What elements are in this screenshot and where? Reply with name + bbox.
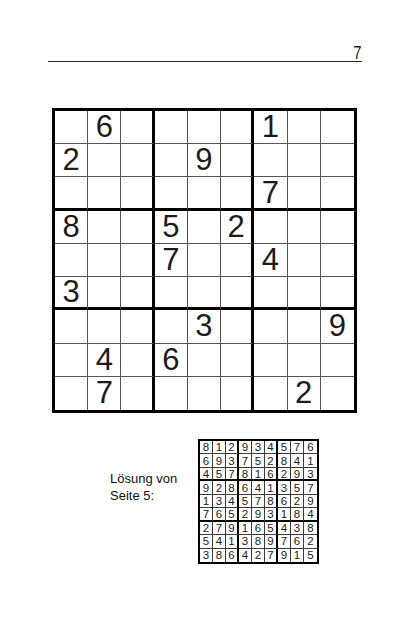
solution-cell: 7 <box>226 468 239 481</box>
puzzle-cell <box>121 177 154 210</box>
solution-cell: 2 <box>252 549 265 562</box>
solution-cell: 1 <box>213 441 226 454</box>
puzzle-cell <box>288 111 321 144</box>
puzzle-cell <box>155 377 188 410</box>
puzzle-cell <box>254 344 287 377</box>
solution-cell: 4 <box>226 495 239 508</box>
solution-cell: 9 <box>278 549 291 562</box>
solution-cell: 9 <box>213 454 226 467</box>
puzzle-cell <box>55 344 88 377</box>
puzzle-cell <box>55 244 88 277</box>
solution-cell: 9 <box>265 535 278 548</box>
puzzle-cell <box>121 344 154 377</box>
solution-cell: 8 <box>226 481 239 494</box>
solution-cell: 9 <box>252 508 265 521</box>
solution-cell: 3 <box>226 454 239 467</box>
solution-cell: 5 <box>239 495 252 508</box>
solution-cell: 7 <box>278 535 291 548</box>
solution-cell: 2 <box>226 441 239 454</box>
puzzle-cell <box>188 277 221 310</box>
solution-cell: 2 <box>291 495 304 508</box>
solution-cell: 5 <box>291 481 304 494</box>
puzzle-cell <box>321 211 354 244</box>
puzzle-cell <box>188 177 221 210</box>
puzzle-cell <box>254 377 287 410</box>
puzzle-cell: 9 <box>188 144 221 177</box>
solution-cell: 2 <box>213 481 226 494</box>
solution-cell: 7 <box>200 508 213 521</box>
solution-cell: 3 <box>239 535 252 548</box>
puzzle-cell: 6 <box>155 344 188 377</box>
puzzle-cell <box>55 111 88 144</box>
puzzle-cell <box>288 344 321 377</box>
solution-cell: 8 <box>213 549 226 562</box>
puzzle-cell <box>88 244 121 277</box>
puzzle-cell <box>321 377 354 410</box>
solution-cell: 9 <box>226 522 239 535</box>
puzzle-cell <box>155 177 188 210</box>
solution-cell: 5 <box>213 468 226 481</box>
solution-cell: 5 <box>265 522 278 535</box>
solution-cell: 4 <box>291 454 304 467</box>
solution-cell: 6 <box>239 481 252 494</box>
puzzle-cell <box>121 377 154 410</box>
solution-cell: 1 <box>252 468 265 481</box>
puzzle-cell <box>188 211 221 244</box>
puzzle-cell: 7 <box>88 377 121 410</box>
solution-cell: 7 <box>265 549 278 562</box>
puzzle-cell <box>221 244 254 277</box>
solution-cell: 2 <box>278 468 291 481</box>
solution-cell: 4 <box>265 441 278 454</box>
puzzle-cell <box>88 144 121 177</box>
solution-cell: 8 <box>278 454 291 467</box>
solution-cell: 4 <box>304 508 317 521</box>
solution-cell: 4 <box>278 522 291 535</box>
header-rule <box>48 61 362 62</box>
puzzle-cell <box>188 377 221 410</box>
solution-cell: 2 <box>304 535 317 548</box>
puzzle-cell <box>55 377 88 410</box>
solution-cell: 9 <box>239 441 252 454</box>
solution-cell: 6 <box>213 508 226 521</box>
solution-cell: 7 <box>252 495 265 508</box>
puzzle-cell: 7 <box>155 244 188 277</box>
solution-cell: 3 <box>304 468 317 481</box>
puzzle-cell <box>155 111 188 144</box>
puzzle-cell <box>321 277 354 310</box>
puzzle-cell <box>288 211 321 244</box>
puzzle-cell: 7 <box>254 177 287 210</box>
solution-cell: 6 <box>252 522 265 535</box>
solution-cell: 1 <box>278 508 291 521</box>
solution-cell: 9 <box>291 468 304 481</box>
solution-cell: 8 <box>200 441 213 454</box>
puzzle-cell <box>55 310 88 343</box>
puzzle-cell: 2 <box>288 377 321 410</box>
solution-cell: 5 <box>304 549 317 562</box>
puzzle-cell <box>188 344 221 377</box>
puzzle-cell <box>288 277 321 310</box>
solution-cell: 7 <box>304 481 317 494</box>
solution-cell: 5 <box>200 535 213 548</box>
puzzle-cell <box>254 310 287 343</box>
puzzle-cell <box>188 111 221 144</box>
puzzle-cell <box>321 244 354 277</box>
puzzle-cell <box>188 244 221 277</box>
solution-cell: 9 <box>304 495 317 508</box>
solution-cell: 7 <box>291 441 304 454</box>
solution-cell: 3 <box>265 508 278 521</box>
solution-cell: 1 <box>265 481 278 494</box>
puzzle-cell <box>321 177 354 210</box>
puzzle-cell: 5 <box>155 211 188 244</box>
solution-cell: 7 <box>239 454 252 467</box>
sudoku-puzzle-grid: 61297852743394672 <box>52 108 357 413</box>
solution-cell: 8 <box>252 535 265 548</box>
solution-cell: 4 <box>213 535 226 548</box>
puzzle-cell <box>221 344 254 377</box>
puzzle-cell <box>221 177 254 210</box>
puzzle-cell <box>55 177 88 210</box>
puzzle-cell <box>121 277 154 310</box>
puzzle-cell <box>288 177 321 210</box>
sudoku-solution-grid: 8129345766937528414578162939286413571345… <box>198 439 319 564</box>
page: 7 61297852743394672 Lösung von Seite 5: … <box>0 0 408 640</box>
puzzle-cell <box>321 144 354 177</box>
solution-cell: 8 <box>304 522 317 535</box>
puzzle-cell <box>121 144 154 177</box>
solution-cell: 1 <box>226 535 239 548</box>
solution-cell: 6 <box>226 549 239 562</box>
solution-cell: 3 <box>200 549 213 562</box>
solution-cell: 3 <box>278 481 291 494</box>
puzzle-cell <box>288 244 321 277</box>
solution-cell: 5 <box>252 454 265 467</box>
solution-cell: 8 <box>291 508 304 521</box>
puzzle-cell <box>254 144 287 177</box>
solution-cell: 8 <box>239 468 252 481</box>
puzzle-cell <box>221 310 254 343</box>
solution-cell: 6 <box>291 535 304 548</box>
puzzle-cell <box>88 310 121 343</box>
puzzle-cell <box>288 144 321 177</box>
solution-cell: 5 <box>278 441 291 454</box>
puzzle-cell: 4 <box>254 244 287 277</box>
solution-caption: Lösung von Seite 5: <box>110 470 177 504</box>
solution-cell: 6 <box>278 495 291 508</box>
puzzle-cell <box>254 211 287 244</box>
solution-cell: 8 <box>265 495 278 508</box>
solution-cell: 3 <box>252 441 265 454</box>
puzzle-cell <box>221 277 254 310</box>
puzzle-cell <box>88 277 121 310</box>
puzzle-cell <box>221 144 254 177</box>
solution-cell: 4 <box>200 468 213 481</box>
solution-cell: 6 <box>265 468 278 481</box>
page-number: 7 <box>354 43 362 62</box>
puzzle-cell <box>155 277 188 310</box>
solution-cell: 4 <box>252 481 265 494</box>
puzzle-cell <box>321 111 354 144</box>
solution-cell: 2 <box>239 508 252 521</box>
puzzle-cell: 9 <box>321 310 354 343</box>
puzzle-cell <box>121 211 154 244</box>
solution-cell: 1 <box>291 549 304 562</box>
solution-cell: 3 <box>291 522 304 535</box>
puzzle-cell <box>155 310 188 343</box>
puzzle-cell <box>88 177 121 210</box>
puzzle-cell: 4 <box>88 344 121 377</box>
solution-cell: 1 <box>200 495 213 508</box>
solution-cell: 2 <box>200 522 213 535</box>
solution-caption-line2: Seite 5: <box>110 487 177 504</box>
puzzle-cell <box>121 310 154 343</box>
puzzle-cell: 3 <box>55 277 88 310</box>
solution-cell: 9 <box>200 481 213 494</box>
puzzle-cell: 3 <box>188 310 221 343</box>
puzzle-cell <box>155 144 188 177</box>
puzzle-cell <box>254 277 287 310</box>
solution-cell: 5 <box>226 508 239 521</box>
puzzle-cell <box>288 310 321 343</box>
solution-cell: 1 <box>239 522 252 535</box>
puzzle-cell: 2 <box>221 211 254 244</box>
puzzle-cell <box>121 111 154 144</box>
puzzle-cell: 2 <box>55 144 88 177</box>
puzzle-cell <box>221 377 254 410</box>
solution-cell: 3 <box>213 495 226 508</box>
solution-cell: 2 <box>265 454 278 467</box>
puzzle-cell: 8 <box>55 211 88 244</box>
solution-cell: 7 <box>213 522 226 535</box>
puzzle-cell <box>88 211 121 244</box>
solution-caption-line1: Lösung von <box>110 470 177 487</box>
solution-cell: 6 <box>200 454 213 467</box>
puzzle-cell: 6 <box>88 111 121 144</box>
solution-cell: 1 <box>304 454 317 467</box>
solution-cell: 6 <box>304 441 317 454</box>
solution-cell: 4 <box>239 549 252 562</box>
puzzle-cell <box>121 244 154 277</box>
puzzle-cell <box>221 111 254 144</box>
puzzle-cell <box>321 344 354 377</box>
puzzle-cell: 1 <box>254 111 287 144</box>
